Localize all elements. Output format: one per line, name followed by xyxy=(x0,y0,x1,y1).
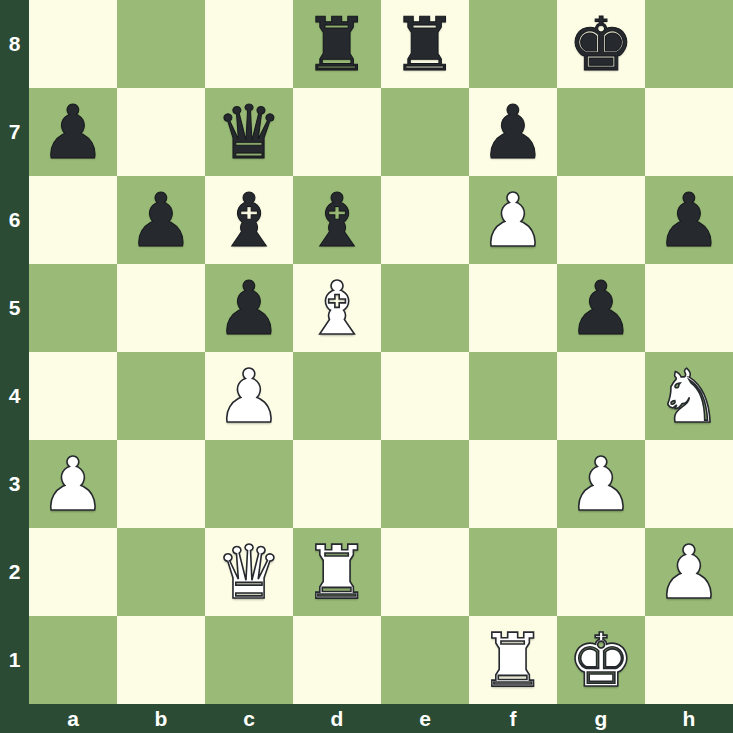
piece-black-pawn-c5[interactable]: ♟ xyxy=(205,264,293,352)
piece-white-rook-d2[interactable]: ♜ xyxy=(293,528,381,616)
square-e1[interactable] xyxy=(381,616,469,704)
piece-black-pawn-f7[interactable]: ♟ xyxy=(469,88,557,176)
piece-white-king-g1[interactable]: ♚ xyxy=(557,616,645,704)
square-c4[interactable]: ♟ xyxy=(205,352,293,440)
square-g1[interactable]: ♚ xyxy=(557,616,645,704)
rank-label-6: 6 xyxy=(0,176,29,264)
square-b6[interactable]: ♟ xyxy=(117,176,205,264)
square-f5[interactable] xyxy=(469,264,557,352)
piece-black-bishop-c6[interactable]: ♝ xyxy=(205,176,293,264)
square-g6[interactable] xyxy=(557,176,645,264)
square-g2[interactable] xyxy=(557,528,645,616)
file-label-e: e xyxy=(381,704,469,733)
piece-black-pawn-b6[interactable]: ♟ xyxy=(117,176,205,264)
piece-white-rook-f1[interactable]: ♜ xyxy=(469,616,557,704)
square-c3[interactable] xyxy=(205,440,293,528)
square-g3[interactable]: ♟ xyxy=(557,440,645,528)
square-f6[interactable]: ♟ xyxy=(469,176,557,264)
square-h3[interactable] xyxy=(645,440,733,528)
square-h1[interactable] xyxy=(645,616,733,704)
square-c7[interactable]: ♛ xyxy=(205,88,293,176)
piece-black-pawn-h6[interactable]: ♟ xyxy=(645,176,733,264)
square-e2[interactable] xyxy=(381,528,469,616)
square-a2[interactable] xyxy=(29,528,117,616)
square-a3[interactable]: ♟ xyxy=(29,440,117,528)
square-h7[interactable] xyxy=(645,88,733,176)
file-labels-row: abcdefgh xyxy=(29,704,733,733)
square-d2[interactable]: ♜ xyxy=(293,528,381,616)
square-d6[interactable]: ♝ xyxy=(293,176,381,264)
piece-black-rook-d8[interactable]: ♜ xyxy=(293,0,381,88)
square-d3[interactable] xyxy=(293,440,381,528)
square-b4[interactable] xyxy=(117,352,205,440)
square-g5[interactable]: ♟ xyxy=(557,264,645,352)
square-f3[interactable] xyxy=(469,440,557,528)
square-c5[interactable]: ♟ xyxy=(205,264,293,352)
rank-label-2: 2 xyxy=(0,528,29,616)
square-c6[interactable]: ♝ xyxy=(205,176,293,264)
file-label-c: c xyxy=(205,704,293,733)
file-label-g: g xyxy=(557,704,645,733)
square-h2[interactable]: ♟ xyxy=(645,528,733,616)
file-label-b: b xyxy=(117,704,205,733)
square-h5[interactable] xyxy=(645,264,733,352)
piece-black-pawn-g5[interactable]: ♟ xyxy=(557,264,645,352)
square-g7[interactable] xyxy=(557,88,645,176)
file-label-a: a xyxy=(29,704,117,733)
square-e3[interactable] xyxy=(381,440,469,528)
piece-black-king-g8[interactable]: ♚ xyxy=(557,0,645,88)
square-a7[interactable]: ♟ xyxy=(29,88,117,176)
file-label-d: d xyxy=(293,704,381,733)
rank-label-5: 5 xyxy=(0,264,29,352)
square-a5[interactable] xyxy=(29,264,117,352)
rank-label-3: 3 xyxy=(0,440,29,528)
file-label-f: f xyxy=(469,704,557,733)
piece-white-pawn-a3[interactable]: ♟ xyxy=(29,440,117,528)
piece-white-queen-c2[interactable]: ♛ xyxy=(205,528,293,616)
square-e8[interactable]: ♜ xyxy=(381,0,469,88)
file-label-h: h xyxy=(645,704,733,733)
piece-white-pawn-c4[interactable]: ♟ xyxy=(205,352,293,440)
square-e4[interactable] xyxy=(381,352,469,440)
square-d5[interactable]: ♝ xyxy=(293,264,381,352)
square-g4[interactable] xyxy=(557,352,645,440)
square-a8[interactable] xyxy=(29,0,117,88)
piece-black-queen-c7[interactable]: ♛ xyxy=(205,88,293,176)
square-d8[interactable]: ♜ xyxy=(293,0,381,88)
square-g8[interactable]: ♚ xyxy=(557,0,645,88)
square-d7[interactable] xyxy=(293,88,381,176)
square-b2[interactable] xyxy=(117,528,205,616)
rank-label-8: 8 xyxy=(0,0,29,88)
rank-label-1: 1 xyxy=(0,616,29,704)
square-e5[interactable] xyxy=(381,264,469,352)
chess-board-frame: 87654321 ♜♜♚♟♛♟♟♝♝♟♟♟♝♟♟♞♟♟♛♜♟♜♚ abcdefg… xyxy=(0,0,733,733)
square-a6[interactable] xyxy=(29,176,117,264)
piece-black-bishop-d6[interactable]: ♝ xyxy=(293,176,381,264)
piece-white-pawn-g3[interactable]: ♟ xyxy=(557,440,645,528)
square-e6[interactable] xyxy=(381,176,469,264)
chess-board[interactable]: ♜♜♚♟♛♟♟♝♝♟♟♟♝♟♟♞♟♟♛♜♟♜♚ xyxy=(29,0,733,704)
square-d1[interactable] xyxy=(293,616,381,704)
square-b1[interactable] xyxy=(117,616,205,704)
square-b8[interactable] xyxy=(117,0,205,88)
piece-white-pawn-f6[interactable]: ♟ xyxy=(469,176,557,264)
rank-label-7: 7 xyxy=(0,88,29,176)
rank-label-4: 4 xyxy=(0,352,29,440)
piece-white-pawn-h2[interactable]: ♟ xyxy=(645,528,733,616)
square-a1[interactable] xyxy=(29,616,117,704)
square-f8[interactable] xyxy=(469,0,557,88)
square-h4[interactable]: ♞ xyxy=(645,352,733,440)
square-d4[interactable] xyxy=(293,352,381,440)
piece-black-rook-e8[interactable]: ♜ xyxy=(381,0,469,88)
square-c8[interactable] xyxy=(205,0,293,88)
square-a4[interactable] xyxy=(29,352,117,440)
square-c1[interactable] xyxy=(205,616,293,704)
square-b3[interactable] xyxy=(117,440,205,528)
square-b5[interactable] xyxy=(117,264,205,352)
square-f7[interactable]: ♟ xyxy=(469,88,557,176)
square-h6[interactable]: ♟ xyxy=(645,176,733,264)
square-f4[interactable] xyxy=(469,352,557,440)
square-b7[interactable] xyxy=(117,88,205,176)
piece-white-bishop-d5[interactable]: ♝ xyxy=(293,264,381,352)
square-c2[interactable]: ♛ xyxy=(205,528,293,616)
square-f1[interactable]: ♜ xyxy=(469,616,557,704)
square-e7[interactable] xyxy=(381,88,469,176)
piece-white-knight-h4[interactable]: ♞ xyxy=(645,352,733,440)
square-f2[interactable] xyxy=(469,528,557,616)
square-h8[interactable] xyxy=(645,0,733,88)
rank-labels-column: 87654321 xyxy=(0,0,29,704)
piece-black-pawn-a7[interactable]: ♟ xyxy=(29,88,117,176)
